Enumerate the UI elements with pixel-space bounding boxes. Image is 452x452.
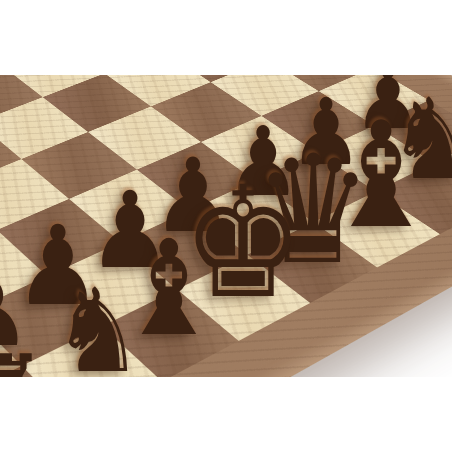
square-b6 (261, 91, 374, 152)
square-h8 (0, 366, 80, 377)
square-a7 (374, 100, 452, 162)
square-h7 (0, 312, 22, 377)
square-c8 (313, 192, 439, 268)
square-b7 (316, 126, 434, 192)
square-e3 (0, 75, 43, 122)
square-e5 (21, 132, 136, 199)
chess-set-product-photo: ♟♟♟♟♟♟♟♞♝♛♚♝♞♜ (0, 0, 452, 452)
square-g8 (22, 326, 162, 377)
square-d7 (190, 180, 314, 254)
square-c7 (255, 152, 376, 222)
square-f8 (102, 289, 239, 377)
square-e2 (0, 75, 1, 88)
square-c4 (105, 75, 211, 106)
square-d8 (247, 222, 377, 303)
square-d3 (1, 75, 105, 97)
square-c6 (201, 116, 316, 181)
square-g7 (0, 276, 102, 366)
square-a5 (267, 75, 373, 91)
square-f5 (0, 159, 69, 230)
square-f7 (47, 242, 177, 326)
chessboard-photo: ♟♟♟♟♟♟♟♞♝♛♚♝♞♜ (0, 75, 452, 377)
square-e7 (121, 210, 248, 289)
square-e4 (0, 97, 88, 159)
square-e6 (69, 170, 190, 243)
square-b5 (211, 75, 319, 116)
chessboard (0, 75, 452, 377)
square-d4 (43, 75, 151, 132)
square-g6 (0, 230, 47, 312)
square-d6 (137, 142, 255, 210)
square-a6 (319, 75, 429, 126)
square-b4 (163, 75, 267, 82)
square-a8 (434, 135, 452, 202)
square-f6 (0, 199, 121, 276)
square-b8 (376, 163, 452, 234)
board-grid (0, 75, 452, 377)
square-e8 (177, 255, 310, 341)
square-f4 (0, 122, 21, 187)
square-c5 (151, 82, 261, 142)
square-d5 (88, 106, 201, 169)
